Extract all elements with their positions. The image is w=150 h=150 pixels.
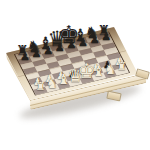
board-square — [115, 67, 129, 75]
product-photo: ♜♞♝♛♚♝♞♜♟♟♟♟♟♟♟♟♟♟♟♟♟♟♟♟♜♞♝♛♚♝♞♜ — [0, 0, 150, 150]
